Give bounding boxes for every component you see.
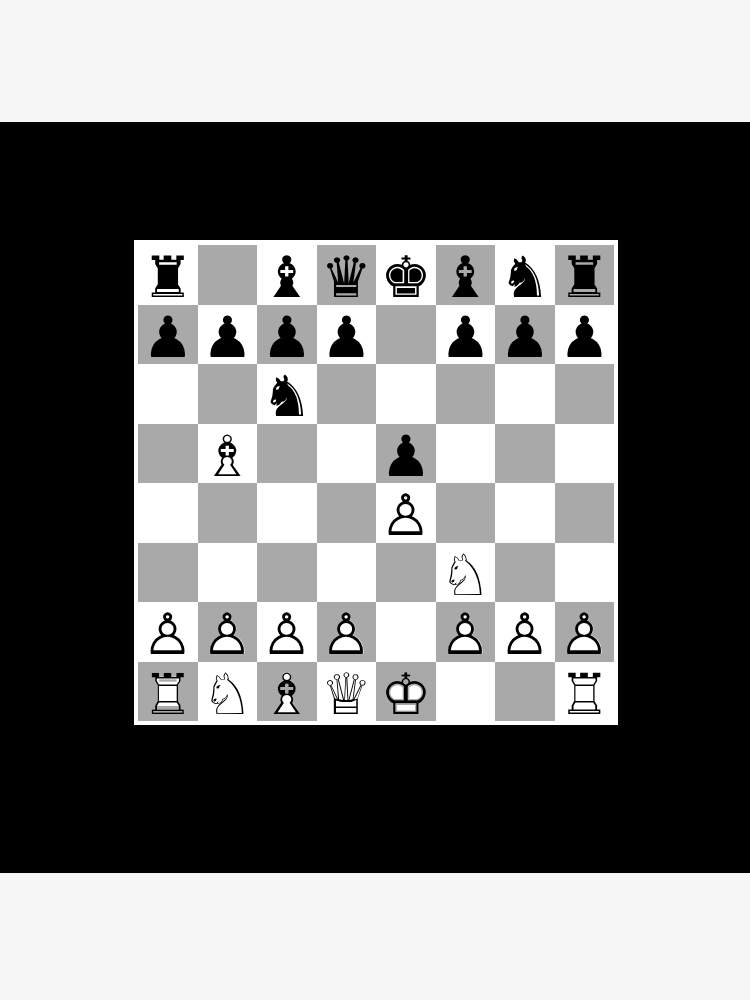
square-f4[interactable] (436, 483, 496, 543)
black-pawn-piece: ♟ (495, 308, 555, 368)
square-c3[interactable] (257, 543, 317, 603)
artwork-black-panel: ♜♝♛♚♝♞♜♟♟♟♟♟♟♟♞♝♗♟♟♙♞♘♟♙♟♙♟♙♟♙♟♙♟♙♟♙♜♖♞♘… (0, 122, 750, 873)
square-e2[interactable] (376, 602, 436, 662)
square-e8[interactable]: ♚ (376, 245, 436, 305)
square-h8[interactable]: ♜ (555, 245, 615, 305)
square-d7[interactable]: ♟ (317, 305, 377, 365)
black-pawn-piece: ♟ (376, 427, 436, 487)
black-king-piece: ♚ (376, 248, 436, 308)
chessboard: ♜♝♛♚♝♞♜♟♟♟♟♟♟♟♞♝♗♟♟♙♞♘♟♙♟♙♟♙♟♙♟♙♟♙♟♙♜♖♞♘… (138, 245, 614, 721)
square-a2[interactable]: ♟♙ (138, 602, 198, 662)
black-pawn-piece: ♟ (436, 308, 496, 368)
square-f8[interactable]: ♝ (436, 245, 496, 305)
square-e6[interactable] (376, 364, 436, 424)
square-f3[interactable]: ♞♘ (436, 543, 496, 603)
square-a3[interactable] (138, 543, 198, 603)
white-pawn-piece: ♟♙ (376, 486, 436, 546)
white-rook-piece: ♜♖ (555, 665, 615, 725)
square-a6[interactable] (138, 364, 198, 424)
square-c5[interactable] (257, 424, 317, 484)
black-pawn-piece: ♟ (555, 308, 615, 368)
square-c1[interactable]: ♝♗ (257, 662, 317, 722)
square-g7[interactable]: ♟ (495, 305, 555, 365)
white-pawn-piece: ♟♙ (495, 605, 555, 665)
square-b2[interactable]: ♟♙ (198, 602, 258, 662)
square-a4[interactable] (138, 483, 198, 543)
square-g8[interactable]: ♞ (495, 245, 555, 305)
square-e4[interactable]: ♟♙ (376, 483, 436, 543)
black-pawn-piece: ♟ (257, 308, 317, 368)
square-d1[interactable]: ♛♕ (317, 662, 377, 722)
square-g6[interactable] (495, 364, 555, 424)
black-rook-piece: ♜ (555, 248, 615, 308)
square-b4[interactable] (198, 483, 258, 543)
square-h2[interactable]: ♟♙ (555, 602, 615, 662)
square-h3[interactable] (555, 543, 615, 603)
square-b8[interactable] (198, 245, 258, 305)
square-h4[interactable] (555, 483, 615, 543)
square-d2[interactable]: ♟♙ (317, 602, 377, 662)
square-d8[interactable]: ♛ (317, 245, 377, 305)
square-a7[interactable]: ♟ (138, 305, 198, 365)
white-bishop-piece: ♝♗ (198, 427, 258, 487)
white-bishop-piece: ♝♗ (257, 665, 317, 725)
black-rook-piece: ♜ (138, 248, 198, 308)
square-g1[interactable] (495, 662, 555, 722)
white-pawn-piece: ♟♙ (555, 605, 615, 665)
square-d5[interactable] (317, 424, 377, 484)
square-e7[interactable] (376, 305, 436, 365)
square-b1[interactable]: ♞♘ (198, 662, 258, 722)
white-pawn-piece: ♟♙ (317, 605, 377, 665)
square-c7[interactable]: ♟ (257, 305, 317, 365)
white-pawn-piece: ♟♙ (436, 605, 496, 665)
black-knight-piece: ♞ (495, 248, 555, 308)
chessboard-frame: ♜♝♛♚♝♞♜♟♟♟♟♟♟♟♞♝♗♟♟♙♞♘♟♙♟♙♟♙♟♙♟♙♟♙♟♙♜♖♞♘… (134, 240, 618, 725)
square-h7[interactable]: ♟ (555, 305, 615, 365)
square-c6[interactable]: ♞ (257, 364, 317, 424)
square-a1[interactable]: ♜♖ (138, 662, 198, 722)
square-b7[interactable]: ♟ (198, 305, 258, 365)
square-g2[interactable]: ♟♙ (495, 602, 555, 662)
square-g3[interactable] (495, 543, 555, 603)
white-king-piece: ♚♔ (376, 665, 436, 725)
square-b5[interactable]: ♝♗ (198, 424, 258, 484)
square-g5[interactable] (495, 424, 555, 484)
square-a8[interactable]: ♜ (138, 245, 198, 305)
square-f7[interactable]: ♟ (436, 305, 496, 365)
square-f5[interactable] (436, 424, 496, 484)
black-bishop-piece: ♝ (257, 248, 317, 308)
square-d4[interactable] (317, 483, 377, 543)
white-queen-piece: ♛♕ (317, 665, 377, 725)
white-pawn-piece: ♟♙ (138, 605, 198, 665)
square-c2[interactable]: ♟♙ (257, 602, 317, 662)
square-d6[interactable] (317, 364, 377, 424)
square-d3[interactable] (317, 543, 377, 603)
white-knight-piece: ♞♘ (198, 665, 258, 725)
white-pawn-piece: ♟♙ (257, 605, 317, 665)
black-pawn-piece: ♟ (317, 308, 377, 368)
black-pawn-piece: ♟ (138, 308, 198, 368)
black-bishop-piece: ♝ (436, 248, 496, 308)
square-g4[interactable] (495, 483, 555, 543)
black-knight-piece: ♞ (257, 367, 317, 427)
square-a5[interactable] (138, 424, 198, 484)
square-e5[interactable]: ♟ (376, 424, 436, 484)
white-rook-piece: ♜♖ (138, 665, 198, 725)
square-h5[interactable] (555, 424, 615, 484)
square-f2[interactable]: ♟♙ (436, 602, 496, 662)
square-c8[interactable]: ♝ (257, 245, 317, 305)
square-c4[interactable] (257, 483, 317, 543)
product-page-background: ♜♝♛♚♝♞♜♟♟♟♟♟♟♟♞♝♗♟♟♙♞♘♟♙♟♙♟♙♟♙♟♙♟♙♟♙♜♖♞♘… (0, 0, 750, 1000)
white-knight-piece: ♞♘ (436, 546, 496, 606)
square-b3[interactable] (198, 543, 258, 603)
square-e1[interactable]: ♚♔ (376, 662, 436, 722)
square-h6[interactable] (555, 364, 615, 424)
square-f1[interactable] (436, 662, 496, 722)
square-b6[interactable] (198, 364, 258, 424)
square-e3[interactable] (376, 543, 436, 603)
white-pawn-piece: ♟♙ (198, 605, 258, 665)
square-f6[interactable] (436, 364, 496, 424)
black-pawn-piece: ♟ (198, 308, 258, 368)
square-h1[interactable]: ♜♖ (555, 662, 615, 722)
black-queen-piece: ♛ (317, 248, 377, 308)
